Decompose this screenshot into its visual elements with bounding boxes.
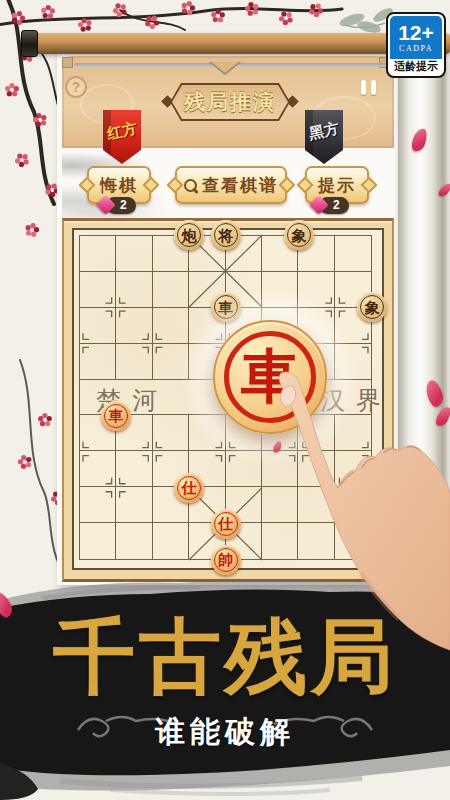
board-cell[interactable]: [80, 236, 116, 272]
board-cell[interactable]: [116, 451, 152, 487]
undo-count: 2: [120, 198, 127, 212]
red-piece-仕[interactable]: 仕: [174, 473, 204, 503]
board-cell[interactable]: [262, 487, 298, 523]
black-piece-炮[interactable]: 炮: [174, 220, 204, 250]
black-piece-象[interactable]: 象: [284, 220, 314, 250]
pause-icon: [371, 80, 376, 95]
board-cell[interactable]: [80, 523, 116, 559]
board-cell[interactable]: [298, 523, 334, 559]
app-screen: ? 残局推演 红方 黑方 悔棋 查看棋谱 提示 2 2 楚河 汉界: [0, 0, 450, 800]
view-record-button[interactable]: 查看棋谱: [175, 166, 287, 204]
board-cell[interactable]: [335, 236, 371, 272]
pause-button[interactable]: [355, 75, 381, 99]
piece-glyph: 象: [287, 223, 311, 247]
board-cell[interactable]: [116, 487, 152, 523]
board-cell[interactable]: [335, 523, 371, 559]
age-rating-org: CADPA: [399, 44, 433, 53]
piece-glyph: 将: [214, 223, 238, 247]
magnifier-icon: [184, 179, 197, 192]
age-rating-top: 12+ CADPA: [390, 16, 442, 59]
banner-subtitle: 谁能破解: [0, 714, 450, 750]
hint-count: 2: [333, 198, 340, 212]
piece-glyph: 仕: [214, 512, 238, 536]
board-cell[interactable]: [335, 451, 371, 487]
age-rating-badge: 12+ CADPA 适龄提示: [386, 12, 446, 78]
dragged-piece[interactable]: 車: [213, 320, 327, 434]
mode-title-frame: 残局推演: [170, 83, 290, 121]
board-cell[interactable]: [80, 272, 116, 308]
banner-title: 千古残局: [0, 610, 450, 705]
board-cell[interactable]: [116, 272, 152, 308]
red-piece-帥[interactable]: 帥: [211, 545, 241, 575]
board-cell[interactable]: [153, 308, 189, 344]
red-piece-仕[interactable]: 仕: [211, 509, 241, 539]
band-arrow-icon: [211, 62, 239, 73]
piece-glyph: 車: [104, 404, 128, 428]
board-cell[interactable]: [80, 344, 116, 380]
age-rating-value: 12+: [398, 22, 434, 44]
scroll-rod-cap: [21, 30, 38, 57]
piece-glyph: 炮: [177, 223, 201, 247]
board-cell[interactable]: [80, 487, 116, 523]
undo-label: 悔棋: [100, 174, 138, 197]
band-end-tab: [62, 57, 73, 68]
board-cell[interactable]: [153, 272, 189, 308]
pause-icon: [361, 80, 366, 95]
age-rating-note: 适龄提示: [390, 59, 442, 74]
view-record-label: 查看棋谱: [202, 174, 278, 197]
board-cell[interactable]: [153, 523, 189, 559]
dragged-piece-glyph: 車: [241, 338, 299, 416]
help-icon[interactable]: ?: [65, 76, 87, 98]
red-piece-車[interactable]: 車: [101, 401, 131, 431]
board-cell[interactable]: [80, 308, 116, 344]
board-cell[interactable]: [262, 523, 298, 559]
board-cell[interactable]: [116, 308, 152, 344]
black-piece-将[interactable]: 将: [211, 220, 241, 250]
piece-glyph: 帥: [214, 548, 238, 572]
hint-label: 提示: [318, 174, 356, 197]
board-cell[interactable]: [80, 451, 116, 487]
board-cell[interactable]: [335, 487, 371, 523]
board-cell[interactable]: [298, 487, 334, 523]
piece-glyph: 象: [360, 295, 384, 319]
board-cell[interactable]: [116, 523, 152, 559]
board-cell[interactable]: [116, 236, 152, 272]
board-cell[interactable]: [116, 344, 152, 380]
piece-glyph: 仕: [177, 476, 201, 500]
help-glyph: ?: [72, 79, 81, 95]
mode-title: 残局推演: [184, 88, 276, 116]
board-cell[interactable]: [153, 415, 189, 451]
